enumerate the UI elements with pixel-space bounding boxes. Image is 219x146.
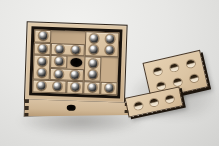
- steel-ball: [106, 35, 114, 43]
- steel-ball: [56, 45, 64, 53]
- puzzle-tile-C[interactable]: [34, 42, 51, 55]
- ball-seat: [49, 81, 65, 92]
- ball-seat: [68, 44, 84, 55]
- ball-seat: [33, 80, 49, 91]
- puzzle-tile-D[interactable]: [51, 43, 85, 57]
- steel-ball: [90, 46, 98, 54]
- puzzle-tile-J[interactable]: [66, 81, 83, 94]
- ball-seat: [85, 69, 100, 81]
- ball-seat: [67, 82, 82, 93]
- product-photo-scene: [0, 0, 219, 146]
- front-face-hole: [66, 105, 75, 111]
- steel-ball: [37, 82, 45, 90]
- puzzle-tile-G[interactable]: [84, 56, 102, 82]
- ball-seat: [52, 44, 68, 55]
- ball-seat: [67, 69, 83, 80]
- ball-seat: [102, 44, 118, 56]
- steel-ball: [90, 34, 98, 42]
- tray-center-hole: [70, 57, 82, 66]
- steel-ball: [105, 84, 113, 92]
- ball-seat: [51, 56, 66, 67]
- steel-ball: [38, 57, 46, 65]
- steel-ball: [55, 70, 63, 78]
- steel-ball: [53, 82, 61, 90]
- empty-hole: [189, 74, 198, 83]
- puzzle-tile-F[interactable]: [50, 55, 67, 68]
- puzzle-tile-B[interactable]: [85, 31, 120, 57]
- ball-seat: [101, 83, 116, 94]
- ball-seat: [84, 82, 99, 93]
- empty-hole: [186, 60, 195, 69]
- puzzle-tile-H[interactable]: [50, 68, 84, 82]
- empty-hole: [173, 78, 182, 87]
- ball-seat: [34, 55, 49, 67]
- ball-seat: [34, 67, 49, 79]
- puzzle-tile-L[interactable]: [100, 82, 117, 95]
- tray-top-rim: [24, 21, 128, 103]
- steel-ball: [55, 57, 63, 65]
- steel-ball: [37, 69, 45, 77]
- puzzle-tile-A[interactable]: [34, 29, 51, 42]
- ball-seat: [86, 44, 102, 56]
- finger-joint-left-icon: [24, 99, 29, 116]
- steel-ball: [38, 44, 46, 52]
- plate-cell: [184, 69, 204, 87]
- ball-seat: [35, 43, 50, 54]
- plate-cell: [161, 91, 179, 106]
- empty-hole: [149, 98, 158, 107]
- steel-ball: [88, 84, 96, 92]
- puzzle-tile-E[interactable]: [33, 54, 51, 80]
- steel-ball: [72, 46, 80, 54]
- tray-front-face: [23, 99, 130, 121]
- steel-ball: [71, 71, 79, 79]
- ball-seat: [51, 69, 67, 80]
- steel-ball: [88, 71, 96, 79]
- empty-hole: [165, 94, 174, 103]
- ball-seat: [85, 57, 100, 69]
- ball-seat: [35, 30, 50, 41]
- empty-hole: [134, 101, 143, 110]
- steel-ball: [106, 46, 114, 54]
- puzzle-tile-K[interactable]: [83, 81, 100, 94]
- empty-hole: [153, 67, 162, 76]
- steel-ball: [71, 83, 79, 91]
- steel-ball: [89, 59, 97, 67]
- ball-seat: [86, 32, 102, 44]
- play-area: [32, 29, 119, 94]
- tray-inner-walls: [29, 26, 122, 98]
- steel-ball: [39, 32, 47, 40]
- ball-seat: [102, 33, 118, 45]
- puzzle-tile-I[interactable]: [32, 79, 66, 93]
- puzzle-tray: [23, 21, 132, 120]
- empty-hole: [169, 63, 178, 72]
